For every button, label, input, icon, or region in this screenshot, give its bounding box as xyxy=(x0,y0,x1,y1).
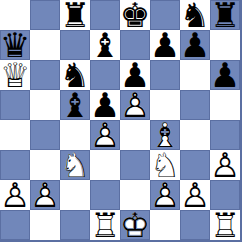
pawn-glyph: ♟ xyxy=(210,60,240,90)
square-g7[interactable]: ♟ xyxy=(180,30,210,60)
queen-glyph-outline: ♕ xyxy=(0,60,30,90)
square-b6[interactable] xyxy=(30,60,60,90)
rook-glyph: ♜ xyxy=(210,0,240,30)
pawn-glyph-outline: ♙ xyxy=(150,180,180,210)
square-g4[interactable] xyxy=(180,120,210,150)
square-f7[interactable]: ♟ xyxy=(150,30,180,60)
square-a4[interactable] xyxy=(0,120,30,150)
piece-white-king[interactable]: ♚♔ xyxy=(120,210,150,240)
king-glyph-outline: ♔ xyxy=(120,210,150,240)
square-a1[interactable] xyxy=(0,210,30,240)
piece-white-pawn[interactable]: ♟♙ xyxy=(150,180,180,210)
square-c1[interactable] xyxy=(60,210,90,240)
square-c2[interactable] xyxy=(60,180,90,210)
rook-glyph-outline: ♖ xyxy=(90,210,120,240)
square-h8[interactable]: ♜ xyxy=(210,0,240,30)
square-h1[interactable]: ♜♖ xyxy=(210,210,240,240)
piece-black-bishop[interactable]: ♝ xyxy=(90,30,120,60)
piece-white-pawn[interactable]: ♟♙ xyxy=(180,180,210,210)
square-g6[interactable] xyxy=(180,60,210,90)
square-e3[interactable] xyxy=(120,150,150,180)
pawn-glyph: ♟ xyxy=(180,30,210,60)
pawn-glyph-outline: ♙ xyxy=(0,180,30,210)
square-b7[interactable] xyxy=(30,30,60,60)
piece-white-rook[interactable]: ♜♖ xyxy=(90,210,120,240)
square-c5[interactable]: ♝ xyxy=(60,90,90,120)
square-g1[interactable] xyxy=(180,210,210,240)
pawn-glyph-outline: ♙ xyxy=(120,90,150,120)
square-b5[interactable] xyxy=(30,90,60,120)
square-f1[interactable] xyxy=(150,210,180,240)
square-d7[interactable]: ♝ xyxy=(90,30,120,60)
square-e5[interactable]: ♟♙ xyxy=(120,90,150,120)
square-d1[interactable]: ♜♖ xyxy=(90,210,120,240)
piece-black-king[interactable]: ♚ xyxy=(120,0,150,30)
square-b2[interactable]: ♟♙ xyxy=(30,180,60,210)
piece-white-queen[interactable]: ♛♕ xyxy=(0,60,30,90)
piece-black-rook[interactable]: ♜ xyxy=(210,0,240,30)
square-c8[interactable]: ♜ xyxy=(60,0,90,30)
square-b8[interactable] xyxy=(30,0,60,30)
square-a2[interactable]: ♟♙ xyxy=(0,180,30,210)
square-a5[interactable] xyxy=(0,90,30,120)
piece-black-rook[interactable]: ♜ xyxy=(60,0,90,30)
square-h6[interactable]: ♟ xyxy=(210,60,240,90)
pawn-glyph-outline: ♙ xyxy=(30,180,60,210)
square-c3[interactable]: ♞♘ xyxy=(60,150,90,180)
rook-glyph-outline: ♖ xyxy=(210,210,240,240)
square-e8[interactable]: ♚ xyxy=(120,0,150,30)
piece-white-knight[interactable]: ♞♘ xyxy=(60,150,90,180)
square-h5[interactable] xyxy=(210,90,240,120)
rook-glyph: ♜ xyxy=(60,0,90,30)
square-d3[interactable] xyxy=(90,150,120,180)
bishop-glyph: ♝ xyxy=(60,90,90,120)
piece-white-pawn[interactable]: ♟♙ xyxy=(120,90,150,120)
square-g5[interactable] xyxy=(180,90,210,120)
square-f2[interactable]: ♟♙ xyxy=(150,180,180,210)
chess-board: ♜♚♞♜♛♝♟♟♛♕♞♟♟♝♟♟♙♟♙♝♗♞♘♞♘♟♙♟♙♟♙♟♙♟♙♜♖♚♔♜… xyxy=(0,0,242,242)
piece-white-pawn[interactable]: ♟♙ xyxy=(30,180,60,210)
square-d4[interactable]: ♟♙ xyxy=(90,120,120,150)
king-glyph: ♚ xyxy=(120,0,150,30)
piece-white-pawn[interactable]: ♟♙ xyxy=(90,120,120,150)
piece-black-bishop[interactable]: ♝ xyxy=(60,90,90,120)
square-b4[interactable] xyxy=(30,120,60,150)
pawn-glyph: ♟ xyxy=(150,30,180,60)
pawn-glyph-outline: ♙ xyxy=(90,120,120,150)
square-e4[interactable] xyxy=(120,120,150,150)
piece-black-pawn[interactable]: ♟ xyxy=(180,30,210,60)
piece-black-pawn[interactable]: ♟ xyxy=(150,30,180,60)
pawn-glyph-outline: ♙ xyxy=(210,150,240,180)
square-h3[interactable]: ♟♙ xyxy=(210,150,240,180)
pawn-glyph-outline: ♙ xyxy=(180,180,210,210)
bishop-glyph: ♝ xyxy=(90,30,120,60)
knight-glyph-outline: ♘ xyxy=(60,150,90,180)
square-b1[interactable] xyxy=(30,210,60,240)
piece-white-pawn[interactable]: ♟♙ xyxy=(0,180,30,210)
piece-white-pawn[interactable]: ♟♙ xyxy=(210,150,240,180)
piece-black-pawn[interactable]: ♟ xyxy=(210,60,240,90)
square-e1[interactable]: ♚♔ xyxy=(120,210,150,240)
square-g2[interactable]: ♟♙ xyxy=(180,180,210,210)
piece-white-rook[interactable]: ♜♖ xyxy=(210,210,240,240)
square-a6[interactable]: ♛♕ xyxy=(0,60,30,90)
square-f6[interactable] xyxy=(150,60,180,90)
